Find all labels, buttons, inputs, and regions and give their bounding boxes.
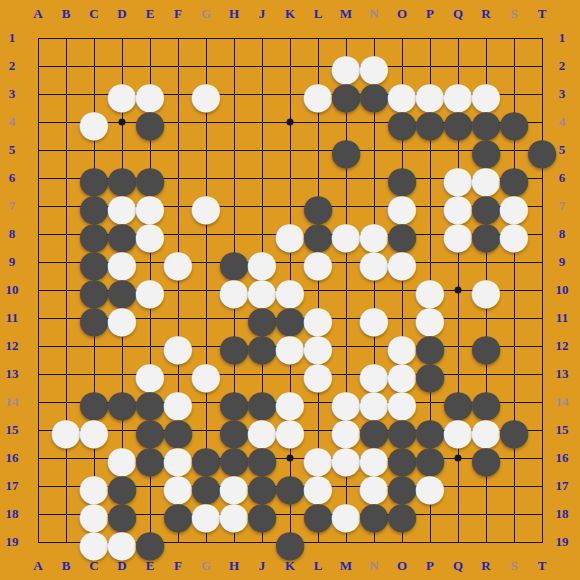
intersection-G5[interactable] bbox=[192, 136, 220, 164]
intersection-E1[interactable] bbox=[136, 24, 164, 52]
intersection-B7[interactable] bbox=[52, 192, 80, 220]
intersection-O18[interactable]: ● bbox=[388, 500, 416, 528]
intersection-A14[interactable] bbox=[24, 388, 52, 416]
intersection-T11[interactable] bbox=[528, 304, 556, 332]
intersection-D19[interactable]: ● bbox=[108, 528, 136, 556]
row-label-left-18: 18 bbox=[0, 500, 24, 528]
intersection-D11[interactable]: ● bbox=[108, 304, 136, 332]
col-label-top-T: T bbox=[528, 2, 556, 26]
intersection-S1[interactable] bbox=[500, 24, 528, 52]
intersection-B2[interactable] bbox=[52, 52, 80, 80]
col-label-bottom-P: P bbox=[416, 554, 444, 578]
row-label-left-15: 15 bbox=[0, 416, 24, 444]
intersection-E4[interactable]: ● bbox=[136, 108, 164, 136]
row-label-left-4: 4 bbox=[0, 108, 24, 136]
black-stone: ● bbox=[526, 133, 558, 170]
col-label-top-F: F bbox=[164, 2, 192, 26]
intersection-E19[interactable]: ● bbox=[136, 528, 164, 556]
intersection-L5[interactable] bbox=[304, 136, 332, 164]
intersection-T8[interactable] bbox=[528, 220, 556, 248]
white-stone: ● bbox=[190, 77, 222, 114]
intersection-H3[interactable] bbox=[220, 80, 248, 108]
intersection-S17[interactable] bbox=[500, 472, 528, 500]
intersection-R8[interactable]: ● bbox=[472, 220, 500, 248]
col-label-bottom-Q: Q bbox=[444, 554, 472, 578]
intersection-M3[interactable]: ● bbox=[332, 80, 360, 108]
col-label-top-H: H bbox=[220, 2, 248, 26]
black-stone: ● bbox=[134, 105, 166, 142]
white-stone: ● bbox=[470, 273, 502, 310]
intersection-C15[interactable]: ● bbox=[80, 416, 108, 444]
intersection-R18[interactable] bbox=[472, 500, 500, 528]
intersection-H12[interactable]: ● bbox=[220, 332, 248, 360]
intersection-M10[interactable] bbox=[332, 276, 360, 304]
col-label-bottom-L: L bbox=[304, 554, 332, 578]
intersection-F6[interactable] bbox=[164, 164, 192, 192]
col-label-top-M: M bbox=[332, 2, 360, 26]
intersection-R1[interactable] bbox=[472, 24, 500, 52]
intersection-P6[interactable] bbox=[416, 164, 444, 192]
col-label-top-O: O bbox=[388, 2, 416, 26]
intersection-M12[interactable] bbox=[332, 332, 360, 360]
row-label-left-16: 16 bbox=[0, 444, 24, 472]
black-stone: ● bbox=[386, 497, 418, 534]
black-stone: ● bbox=[498, 413, 530, 450]
row-label-left-3: 3 bbox=[0, 80, 24, 108]
intersection-F12[interactable]: ● bbox=[164, 332, 192, 360]
intersection-A15[interactable] bbox=[24, 416, 52, 444]
intersection-S13[interactable] bbox=[500, 360, 528, 388]
intersection-T5[interactable]: ● bbox=[528, 136, 556, 164]
intersection-F1[interactable] bbox=[164, 24, 192, 52]
hoshi-point-D4 bbox=[119, 119, 126, 126]
intersection-A12[interactable] bbox=[24, 332, 52, 360]
intersection-P19[interactable] bbox=[416, 528, 444, 556]
intersection-J6[interactable] bbox=[248, 164, 276, 192]
white-stone: ● bbox=[106, 301, 138, 338]
row-label-left-1: 1 bbox=[0, 24, 24, 52]
intersection-B4[interactable] bbox=[52, 108, 80, 136]
intersection-R12[interactable]: ● bbox=[472, 332, 500, 360]
intersection-F2[interactable] bbox=[164, 52, 192, 80]
intersection-B8[interactable] bbox=[52, 220, 80, 248]
intersection-R10[interactable]: ● bbox=[472, 276, 500, 304]
intersection-T1[interactable] bbox=[528, 24, 556, 52]
intersection-J4[interactable] bbox=[248, 108, 276, 136]
intersection-M5[interactable]: ● bbox=[332, 136, 360, 164]
row-label-left-13: 13 bbox=[0, 360, 24, 388]
intersection-A8[interactable] bbox=[24, 220, 52, 248]
col-label-top-C: C bbox=[80, 2, 108, 26]
intersection-B18[interactable] bbox=[52, 500, 80, 528]
row-labels-left: 12345678910111213141516171819 bbox=[0, 24, 24, 556]
col-label-bottom-M: M bbox=[332, 554, 360, 578]
col-label-bottom-T: T bbox=[528, 554, 556, 578]
intersection-S19[interactable] bbox=[500, 528, 528, 556]
intersection-A2[interactable] bbox=[24, 52, 52, 80]
intersection-S8[interactable]: ● bbox=[500, 220, 528, 248]
col-label-top-S: S bbox=[500, 2, 528, 26]
intersection-Q12[interactable] bbox=[444, 332, 472, 360]
intersection-K6[interactable] bbox=[276, 164, 304, 192]
row-label-left-5: 5 bbox=[0, 136, 24, 164]
intersection-T2[interactable] bbox=[528, 52, 556, 80]
intersection-J1[interactable] bbox=[248, 24, 276, 52]
intersection-A3[interactable] bbox=[24, 80, 52, 108]
intersection-T12[interactable] bbox=[528, 332, 556, 360]
intersection-H7[interactable] bbox=[220, 192, 248, 220]
intersection-M18[interactable]: ● bbox=[332, 500, 360, 528]
col-label-bottom-J: J bbox=[248, 554, 276, 578]
intersection-S2[interactable] bbox=[500, 52, 528, 80]
intersection-A5[interactable] bbox=[24, 136, 52, 164]
row-label-left-14: 14 bbox=[0, 388, 24, 416]
intersection-D1[interactable] bbox=[108, 24, 136, 52]
col-label-bottom-H: H bbox=[220, 554, 248, 578]
intersection-L18[interactable]: ● bbox=[304, 500, 332, 528]
intersection-G9[interactable] bbox=[192, 248, 220, 276]
intersection-A16[interactable] bbox=[24, 444, 52, 472]
intersection-S10[interactable] bbox=[500, 276, 528, 304]
intersection-Q4[interactable]: ● bbox=[444, 108, 472, 136]
intersection-B17[interactable] bbox=[52, 472, 80, 500]
intersection-J18[interactable]: ● bbox=[248, 500, 276, 528]
intersection-K15[interactable]: ● bbox=[276, 416, 304, 444]
intersection-B1[interactable] bbox=[52, 24, 80, 52]
intersection-G10[interactable] bbox=[192, 276, 220, 304]
intersection-C19[interactable]: ● bbox=[80, 528, 108, 556]
intersection-O4[interactable]: ● bbox=[388, 108, 416, 136]
intersection-G18[interactable]: ● bbox=[192, 500, 220, 528]
white-stone: ● bbox=[78, 105, 110, 142]
intersection-A11[interactable] bbox=[24, 304, 52, 332]
intersection-M11[interactable] bbox=[332, 304, 360, 332]
intersection-T14[interactable] bbox=[528, 388, 556, 416]
intersection-S18[interactable] bbox=[500, 500, 528, 528]
intersection-J5[interactable] bbox=[248, 136, 276, 164]
col-label-top-J: J bbox=[248, 2, 276, 26]
intersection-B10[interactable] bbox=[52, 276, 80, 304]
col-label-bottom-A: A bbox=[24, 554, 52, 578]
intersection-O1[interactable] bbox=[388, 24, 416, 52]
intersection-F4[interactable] bbox=[164, 108, 192, 136]
intersection-Q15[interactable]: ● bbox=[444, 416, 472, 444]
intersection-B11[interactable] bbox=[52, 304, 80, 332]
row-label-left-12: 12 bbox=[0, 332, 24, 360]
black-stone: ● bbox=[134, 525, 166, 562]
intersection-T17[interactable] bbox=[528, 472, 556, 500]
col-label-top-Q: Q bbox=[444, 2, 472, 26]
white-stone: ● bbox=[302, 245, 334, 282]
intersection-Q17[interactable] bbox=[444, 472, 472, 500]
intersection-E16[interactable]: ● bbox=[136, 444, 164, 472]
intersection-N9[interactable]: ● bbox=[360, 248, 388, 276]
intersection-K1[interactable] bbox=[276, 24, 304, 52]
intersection-D14[interactable]: ● bbox=[108, 388, 136, 416]
row-label-left-11: 11 bbox=[0, 304, 24, 332]
intersection-A17[interactable] bbox=[24, 472, 52, 500]
hoshi-point-Q16 bbox=[455, 455, 462, 462]
intersection-C1[interactable] bbox=[80, 24, 108, 52]
col-label-bottom-S: S bbox=[500, 554, 528, 578]
col-label-bottom-F: F bbox=[164, 554, 192, 578]
intersection-B5[interactable] bbox=[52, 136, 80, 164]
intersection-Q1[interactable] bbox=[444, 24, 472, 52]
intersection-C4[interactable]: ● bbox=[80, 108, 108, 136]
intersection-J7[interactable] bbox=[248, 192, 276, 220]
intersection-T9[interactable] bbox=[528, 248, 556, 276]
intersection-P1[interactable] bbox=[416, 24, 444, 52]
intersection-L3[interactable]: ● bbox=[304, 80, 332, 108]
row-label-left-9: 9 bbox=[0, 248, 24, 276]
white-stone: ● bbox=[498, 217, 530, 254]
intersection-S15[interactable]: ● bbox=[500, 416, 528, 444]
intersection-G11[interactable] bbox=[192, 304, 220, 332]
white-stone: ● bbox=[190, 189, 222, 226]
col-label-bottom-R: R bbox=[472, 554, 500, 578]
intersection-T10[interactable] bbox=[528, 276, 556, 304]
row-label-left-10: 10 bbox=[0, 276, 24, 304]
intersection-N5[interactable] bbox=[360, 136, 388, 164]
intersection-H1[interactable] bbox=[220, 24, 248, 52]
intersection-S12[interactable] bbox=[500, 332, 528, 360]
go-board: ABCDEFGHJKLMNOPQRST ABCDEFGHJKLMNOPQRST … bbox=[0, 0, 580, 580]
white-stone: ● bbox=[162, 245, 194, 282]
intersection-F18[interactable]: ● bbox=[164, 500, 192, 528]
intersection-J3[interactable] bbox=[248, 80, 276, 108]
intersection-C11[interactable]: ● bbox=[80, 304, 108, 332]
intersection-Q19[interactable] bbox=[444, 528, 472, 556]
intersection-A7[interactable] bbox=[24, 192, 52, 220]
intersection-P17[interactable]: ● bbox=[416, 472, 444, 500]
row-label-left-2: 2 bbox=[0, 52, 24, 80]
col-label-top-A: A bbox=[24, 2, 52, 26]
intersection-H4[interactable] bbox=[220, 108, 248, 136]
intersection-H10[interactable]: ● bbox=[220, 276, 248, 304]
black-stone: ● bbox=[470, 329, 502, 366]
intersection-N6[interactable] bbox=[360, 164, 388, 192]
intersection-B12[interactable] bbox=[52, 332, 80, 360]
intersection-A4[interactable] bbox=[24, 108, 52, 136]
intersection-J2[interactable] bbox=[248, 52, 276, 80]
intersection-P8[interactable] bbox=[416, 220, 444, 248]
intersection-T13[interactable] bbox=[528, 360, 556, 388]
intersection-K12[interactable]: ● bbox=[276, 332, 304, 360]
col-label-bottom-B: B bbox=[52, 554, 80, 578]
intersection-B19[interactable] bbox=[52, 528, 80, 556]
intersection-B3[interactable] bbox=[52, 80, 80, 108]
intersection-H18[interactable]: ● bbox=[220, 500, 248, 528]
intersections: ●●●●●●●●●●●●●●●●●●●●●●●●●●●●●●●●●●●●●●●●… bbox=[24, 24, 556, 556]
intersection-H6[interactable] bbox=[220, 164, 248, 192]
row-label-left-7: 7 bbox=[0, 192, 24, 220]
intersection-F9[interactable]: ● bbox=[164, 248, 192, 276]
intersection-Q18[interactable] bbox=[444, 500, 472, 528]
intersection-A6[interactable] bbox=[24, 164, 52, 192]
intersection-M8[interactable]: ● bbox=[332, 220, 360, 248]
intersection-A10[interactable] bbox=[24, 276, 52, 304]
hoshi-point-Q10 bbox=[455, 287, 462, 294]
intersection-K2[interactable] bbox=[276, 52, 304, 80]
intersection-K8[interactable]: ● bbox=[276, 220, 304, 248]
intersection-L13[interactable]: ● bbox=[304, 360, 332, 388]
intersection-F5[interactable] bbox=[164, 136, 192, 164]
intersection-C2[interactable] bbox=[80, 52, 108, 80]
white-stone: ● bbox=[414, 469, 446, 506]
intersection-A9[interactable] bbox=[24, 248, 52, 276]
intersection-M16[interactable]: ● bbox=[332, 444, 360, 472]
row-label-left-8: 8 bbox=[0, 220, 24, 248]
intersection-A19[interactable] bbox=[24, 528, 52, 556]
intersection-A1[interactable] bbox=[24, 24, 52, 52]
intersection-Q11[interactable] bbox=[444, 304, 472, 332]
intersection-A13[interactable] bbox=[24, 360, 52, 388]
col-label-top-D: D bbox=[108, 2, 136, 26]
hoshi-point-K4 bbox=[287, 119, 294, 126]
white-stone: ● bbox=[134, 273, 166, 310]
col-label-top-N: N bbox=[360, 2, 388, 26]
intersection-P4[interactable]: ● bbox=[416, 108, 444, 136]
intersection-P13[interactable]: ● bbox=[416, 360, 444, 388]
intersection-D3[interactable]: ● bbox=[108, 80, 136, 108]
intersection-G1[interactable] bbox=[192, 24, 220, 52]
intersection-T15[interactable] bbox=[528, 416, 556, 444]
intersection-S4[interactable]: ● bbox=[500, 108, 528, 136]
intersection-E8[interactable]: ● bbox=[136, 220, 164, 248]
col-label-top-P: P bbox=[416, 2, 444, 26]
intersection-T19[interactable] bbox=[528, 528, 556, 556]
intersection-H2[interactable] bbox=[220, 52, 248, 80]
intersection-T7[interactable] bbox=[528, 192, 556, 220]
intersection-G3[interactable]: ● bbox=[192, 80, 220, 108]
col-label-bottom-N: N bbox=[360, 554, 388, 578]
intersection-B13[interactable] bbox=[52, 360, 80, 388]
intersection-A18[interactable] bbox=[24, 500, 52, 528]
row-label-left-6: 6 bbox=[0, 164, 24, 192]
col-label-top-G: G bbox=[192, 2, 220, 26]
intersection-G13[interactable]: ● bbox=[192, 360, 220, 388]
intersection-N11[interactable]: ● bbox=[360, 304, 388, 332]
intersection-L9[interactable]: ● bbox=[304, 248, 332, 276]
intersection-L1[interactable] bbox=[304, 24, 332, 52]
col-label-top-K: K bbox=[276, 2, 304, 26]
col-label-top-L: L bbox=[304, 2, 332, 26]
intersection-T3[interactable] bbox=[528, 80, 556, 108]
intersection-E10[interactable]: ● bbox=[136, 276, 164, 304]
col-label-top-B: B bbox=[52, 2, 80, 26]
intersection-F7[interactable] bbox=[164, 192, 192, 220]
black-stone: ● bbox=[274, 525, 306, 562]
intersection-R16[interactable]: ● bbox=[472, 444, 500, 472]
intersection-F3[interactable] bbox=[164, 80, 192, 108]
intersection-T18[interactable] bbox=[528, 500, 556, 528]
intersection-O9[interactable]: ● bbox=[388, 248, 416, 276]
intersection-P7[interactable] bbox=[416, 192, 444, 220]
intersection-R19[interactable] bbox=[472, 528, 500, 556]
intersection-K3[interactable] bbox=[276, 80, 304, 108]
col-label-bottom-G: G bbox=[192, 554, 220, 578]
intersection-H5[interactable] bbox=[220, 136, 248, 164]
intersection-B9[interactable] bbox=[52, 248, 80, 276]
row-label-left-17: 17 bbox=[0, 472, 24, 500]
hoshi-point-K16 bbox=[287, 455, 294, 462]
intersection-Q8[interactable]: ● bbox=[444, 220, 472, 248]
black-stone: ● bbox=[330, 133, 362, 170]
col-label-top-E: E bbox=[136, 2, 164, 26]
column-labels-top: ABCDEFGHJKLMNOPQRST bbox=[24, 2, 556, 26]
intersection-S11[interactable] bbox=[500, 304, 528, 332]
intersection-K17[interactable]: ● bbox=[276, 472, 304, 500]
intersection-T16[interactable] bbox=[528, 444, 556, 472]
intersection-N18[interactable]: ● bbox=[360, 500, 388, 528]
intersection-K5[interactable] bbox=[276, 136, 304, 164]
row-label-left-19: 19 bbox=[0, 528, 24, 556]
intersection-K19[interactable]: ● bbox=[276, 528, 304, 556]
intersection-B6[interactable] bbox=[52, 164, 80, 192]
col-label-bottom-O: O bbox=[388, 554, 416, 578]
intersection-J12[interactable]: ● bbox=[248, 332, 276, 360]
intersection-G7[interactable]: ● bbox=[192, 192, 220, 220]
intersection-N3[interactable]: ● bbox=[360, 80, 388, 108]
black-stone: ● bbox=[470, 441, 502, 478]
col-label-top-R: R bbox=[472, 2, 500, 26]
intersection-B15[interactable]: ● bbox=[52, 416, 80, 444]
